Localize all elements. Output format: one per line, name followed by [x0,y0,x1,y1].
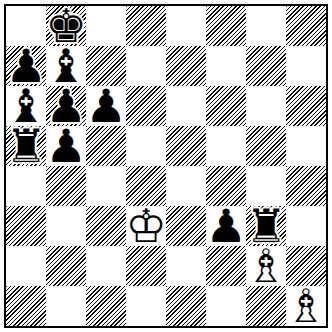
square-h8[interactable] [286,6,326,46]
square-h3[interactable] [286,206,326,246]
square-a3[interactable] [6,206,46,246]
square-d3[interactable]: ♔ [126,206,166,246]
square-b4[interactable] [46,166,86,206]
square-f3[interactable]: ♟ [206,206,246,246]
square-b3[interactable] [46,206,86,246]
square-h6[interactable] [286,86,326,126]
square-f8[interactable] [206,6,246,46]
square-h7[interactable] [286,46,326,86]
white-bishop-g2: ♗ [245,243,286,289]
square-e3[interactable] [166,206,206,246]
square-b2[interactable] [46,246,86,286]
square-e4[interactable] [166,166,206,206]
square-f6[interactable] [206,86,246,126]
square-f7[interactable] [206,46,246,86]
square-d6[interactable] [126,86,166,126]
square-e1[interactable] [166,286,206,326]
square-a5[interactable]: ♜ [6,126,46,166]
square-f1[interactable] [206,286,246,326]
square-h4[interactable] [286,166,326,206]
square-c5[interactable] [86,126,126,166]
square-f5[interactable] [206,126,246,166]
square-d5[interactable] [126,126,166,166]
square-c4[interactable] [86,166,126,206]
chess-board-grid: ♚♟♝♝♟♟♜♟♔♟♜♗♗ [6,6,326,326]
square-g6[interactable] [246,86,286,126]
square-g5[interactable] [246,126,286,166]
black-pawn-f3: ♟ [205,203,246,249]
square-b1[interactable] [46,286,86,326]
square-c6[interactable]: ♟ [86,86,126,126]
square-h1[interactable]: ♗ [286,286,326,326]
square-c8[interactable] [86,6,126,46]
chess-board: ♚♟♝♝♟♟♜♟♔♟♜♗♗ [4,4,328,328]
chess-diagram: ♚♟♝♝♟♟♜♟♔♟♜♗♗ [0,0,332,332]
white-king-d3: ♔ [125,203,166,249]
square-e7[interactable] [166,46,206,86]
square-e5[interactable] [166,126,206,166]
square-d8[interactable] [126,6,166,46]
square-c2[interactable] [86,246,126,286]
square-a1[interactable] [6,286,46,326]
square-g2[interactable]: ♗ [246,246,286,286]
black-rook-a5: ♜ [5,123,46,169]
square-g7[interactable] [246,46,286,86]
square-c3[interactable] [86,206,126,246]
square-b5[interactable]: ♟ [46,126,86,166]
square-a2[interactable] [6,246,46,286]
square-d7[interactable] [126,46,166,86]
square-c1[interactable] [86,286,126,326]
black-pawn-b5: ♟ [45,123,86,169]
square-e6[interactable] [166,86,206,126]
square-f2[interactable] [206,246,246,286]
square-g8[interactable] [246,6,286,46]
white-bishop-h1: ♗ [285,283,326,329]
square-a4[interactable] [6,166,46,206]
square-e2[interactable] [166,246,206,286]
square-h5[interactable] [286,126,326,166]
square-d2[interactable] [126,246,166,286]
square-g1[interactable] [246,286,286,326]
black-pawn-c6: ♟ [85,83,126,129]
square-d1[interactable] [126,286,166,326]
square-e8[interactable] [166,6,206,46]
